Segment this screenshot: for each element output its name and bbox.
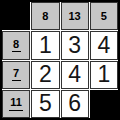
clue-number: 7 [12, 68, 21, 82]
clue-number: 8 [42, 11, 48, 22]
answer-cell-r3c1[interactable]: 5 [31, 90, 59, 118]
answer-cell-r1c2[interactable]: 3 [61, 31, 89, 59]
block-cell-r0c0 [2, 2, 30, 30]
answer-digit: 3 [68, 34, 81, 57]
answer-digit: 2 [39, 63, 52, 86]
answer-cell-r1c3[interactable]: 4 [90, 31, 118, 59]
col-clue-c2: 13 [61, 2, 89, 30]
clue-number: 5 [101, 11, 107, 22]
answer-digit: 4 [97, 34, 110, 57]
answer-cell-r3c2[interactable]: 6 [61, 90, 89, 118]
clue-number: 8 [12, 39, 21, 53]
addition-grid: 8135813472411156 [2, 2, 118, 118]
puzzle-board: 8135813472411156 [0, 0, 120, 120]
col-clue-c3: 5 [90, 2, 118, 30]
answer-digit: 1 [39, 34, 52, 57]
row-clue-r1: 8 [2, 31, 30, 59]
block-cell-r3c3 [90, 90, 118, 118]
answer-cell-r1c1[interactable]: 1 [31, 31, 59, 59]
row-clue-r2: 7 [2, 61, 30, 89]
answer-cell-r2c1[interactable]: 2 [31, 61, 59, 89]
answer-cell-r2c3[interactable]: 1 [90, 61, 118, 89]
answer-digit: 5 [39, 92, 52, 115]
answer-digit: 6 [68, 92, 81, 115]
clue-number: 11 [9, 97, 24, 111]
answer-cell-r2c2[interactable]: 4 [61, 61, 89, 89]
answer-digit: 4 [68, 63, 81, 86]
row-clue-r3: 11 [2, 90, 30, 118]
answer-digit: 1 [97, 63, 110, 86]
col-clue-c1: 8 [31, 2, 59, 30]
clue-number: 13 [69, 11, 81, 22]
